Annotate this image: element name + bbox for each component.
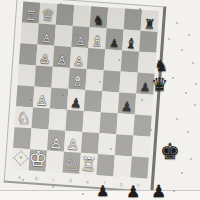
file-label-c: c	[45, 177, 62, 183]
piece-black-pawn-d4: ♟	[70, 96, 83, 110]
square-h7	[139, 31, 157, 53]
square-h2	[132, 135, 150, 157]
board-grid: ♖♕♞♜♙♙♗♟♝♙♙♙♗♟♙♟♟♘♙♙♔♘♖	[12, 1, 159, 178]
square-d8	[73, 5, 91, 27]
square-b6: ♙	[36, 45, 54, 67]
square-c3	[48, 109, 66, 131]
square-c6: ♙	[53, 46, 71, 68]
photo-speckle-7	[176, 118, 178, 120]
square-a5	[17, 64, 35, 86]
photo-speckle-28	[139, 8, 141, 10]
square-h8: ♜	[141, 10, 159, 32]
file-label-a: a	[11, 175, 28, 181]
piece-black-knight-e8: ♞	[92, 13, 105, 27]
square-a4	[16, 85, 34, 107]
file-label-d: d	[62, 178, 79, 184]
photo-speckle-19	[150, 129, 152, 131]
piece-white-queen-b8: ♕	[41, 8, 55, 24]
photo-speckle-26	[173, 190, 175, 192]
photo-speckle-10	[190, 158, 192, 160]
square-c2: ♙	[47, 130, 65, 152]
square-c8	[56, 4, 74, 26]
square-a6	[19, 43, 37, 65]
board-logo-stamp-center	[20, 156, 23, 159]
photo-speckle-3	[192, 62, 194, 64]
square-g1	[113, 155, 131, 177]
square-a3: ♘	[15, 106, 33, 128]
square-f4	[101, 91, 119, 113]
square-a7	[20, 22, 38, 44]
photo-speckle-0	[176, 22, 178, 24]
square-f7: ♟	[105, 28, 123, 50]
square-b1: ♔	[29, 149, 47, 171]
photo-speckle-8	[187, 131, 189, 133]
square-e3	[82, 111, 100, 133]
captured-piece-right-king-2: ♚	[160, 141, 180, 163]
square-a8: ♖	[22, 1, 40, 23]
square-b8: ♕	[39, 3, 57, 25]
square-d7: ♙	[71, 26, 89, 48]
photo-speckle-6	[194, 104, 196, 106]
piece-white-rook-a8: ♖	[25, 9, 38, 23]
photo-speckle-1	[188, 34, 190, 36]
square-f2	[98, 133, 116, 155]
square-e2	[81, 132, 99, 154]
photo-speckle-17	[62, 94, 64, 96]
piece-white-bishop-d5: ♗	[70, 73, 84, 89]
photo-speckle-14	[118, 59, 120, 61]
square-c4	[50, 88, 68, 110]
photo-speckle-18	[40, 59, 42, 61]
square-g7: ♝	[122, 30, 140, 52]
square-b3	[32, 107, 50, 129]
captured-piece-right-knight-0: ♞	[154, 58, 168, 74]
photo-speckle-25	[22, 179, 24, 181]
photo-speckle-15	[99, 81, 101, 83]
square-g4: ♟	[118, 92, 136, 114]
square-d1: ♘	[62, 152, 80, 174]
square-b4: ♙	[33, 86, 51, 108]
square-g2	[115, 134, 133, 156]
square-g6	[121, 50, 139, 72]
photo-speckle-11	[181, 172, 183, 174]
square-h3	[133, 115, 151, 137]
piece-white-pawn-c6: ♙	[56, 54, 68, 67]
captured-piece-right-queen-1: ♛	[151, 75, 168, 94]
piece-white-pawn-c2: ♙	[49, 136, 63, 151]
piece-white-pawn-d2: ♙	[66, 137, 80, 152]
square-d2: ♙	[64, 131, 82, 153]
piece-white-pawn-b7: ♙	[41, 33, 52, 45]
square-e6	[87, 48, 105, 70]
photo-speckle-16	[141, 99, 143, 101]
photo-speckle-12	[195, 83, 197, 85]
square-g5	[119, 71, 137, 93]
square-d5: ♗	[68, 68, 86, 90]
square-b7: ♙	[37, 24, 55, 46]
piece-white-pawn-d7: ♙	[75, 35, 86, 47]
square-d6: ♙	[70, 47, 88, 69]
piece-white-pawn-b4: ♙	[36, 94, 49, 108]
square-e7: ♗	[88, 27, 106, 49]
photo-speckle-27	[60, 3, 62, 5]
photo-speckle-22	[30, 99, 32, 101]
file-label-e: e	[79, 179, 96, 185]
photo-speckle-4	[172, 77, 174, 79]
square-c5	[51, 67, 69, 89]
captured-piece-bottom-pawn-2: ♟	[151, 183, 166, 200]
piece-black-rook-h8: ♜	[143, 17, 156, 31]
square-g3	[116, 113, 134, 135]
piece-white-bishop-e7: ♗	[91, 33, 105, 48]
square-f3	[99, 112, 117, 134]
board-logo-stamp	[13, 150, 29, 166]
captured-piece-bottom-pawn-0: ♟	[96, 184, 109, 199]
photo-speckle-20	[110, 148, 112, 150]
photo-speckle-23	[52, 186, 54, 188]
piece-black-bishop-g7: ♝	[124, 36, 138, 51]
square-c1	[46, 150, 64, 172]
photo-speckle-5	[185, 92, 187, 94]
photo-speckle-21	[76, 34, 78, 36]
square-h1	[130, 156, 148, 178]
square-d3	[65, 110, 83, 132]
piece-white-pawn-d6: ♙	[73, 55, 85, 68]
square-f1	[96, 154, 114, 176]
square-h4	[135, 94, 153, 116]
square-b5	[34, 66, 52, 88]
square-e4	[84, 90, 102, 112]
square-g8	[124, 9, 142, 31]
square-f8	[107, 7, 125, 29]
file-label-b: b	[28, 176, 45, 182]
piece-white-knight-d1: ♘	[63, 154, 80, 173]
piece-white-knight-a3: ♘	[16, 110, 31, 127]
chessboard: ♖♕♞♜♙♙♗♟♝♙♙♙♗♟♙♟♟♘♙♙♔♘♖ a b c d e f g h …	[4, 0, 167, 193]
piece-white-rook-e1: ♖	[80, 155, 97, 174]
square-e1: ♖	[79, 153, 97, 175]
photo-speckle-2	[181, 49, 183, 51]
square-e8: ♞	[90, 6, 108, 28]
photo-scene: ♖♕♞♜♙♙♗♟♝♙♙♙♗♟♙♟♟♘♙♙♔♘♖ a b c d e f g h …	[0, 0, 200, 200]
square-d4: ♟	[67, 89, 85, 111]
photo-speckle-13	[168, 38, 170, 40]
piece-black-pawn-h5: ♟	[139, 81, 151, 94]
piece-black-pawn-f7: ♟	[109, 38, 120, 50]
piece-black-pawn-g4: ♟	[121, 100, 134, 114]
photo-speckle-24	[82, 193, 84, 195]
captured-piece-bottom-pawn-1: ♟	[126, 184, 140, 200]
square-e5	[85, 69, 103, 91]
square-f5	[102, 70, 120, 92]
square-c7	[54, 25, 72, 47]
